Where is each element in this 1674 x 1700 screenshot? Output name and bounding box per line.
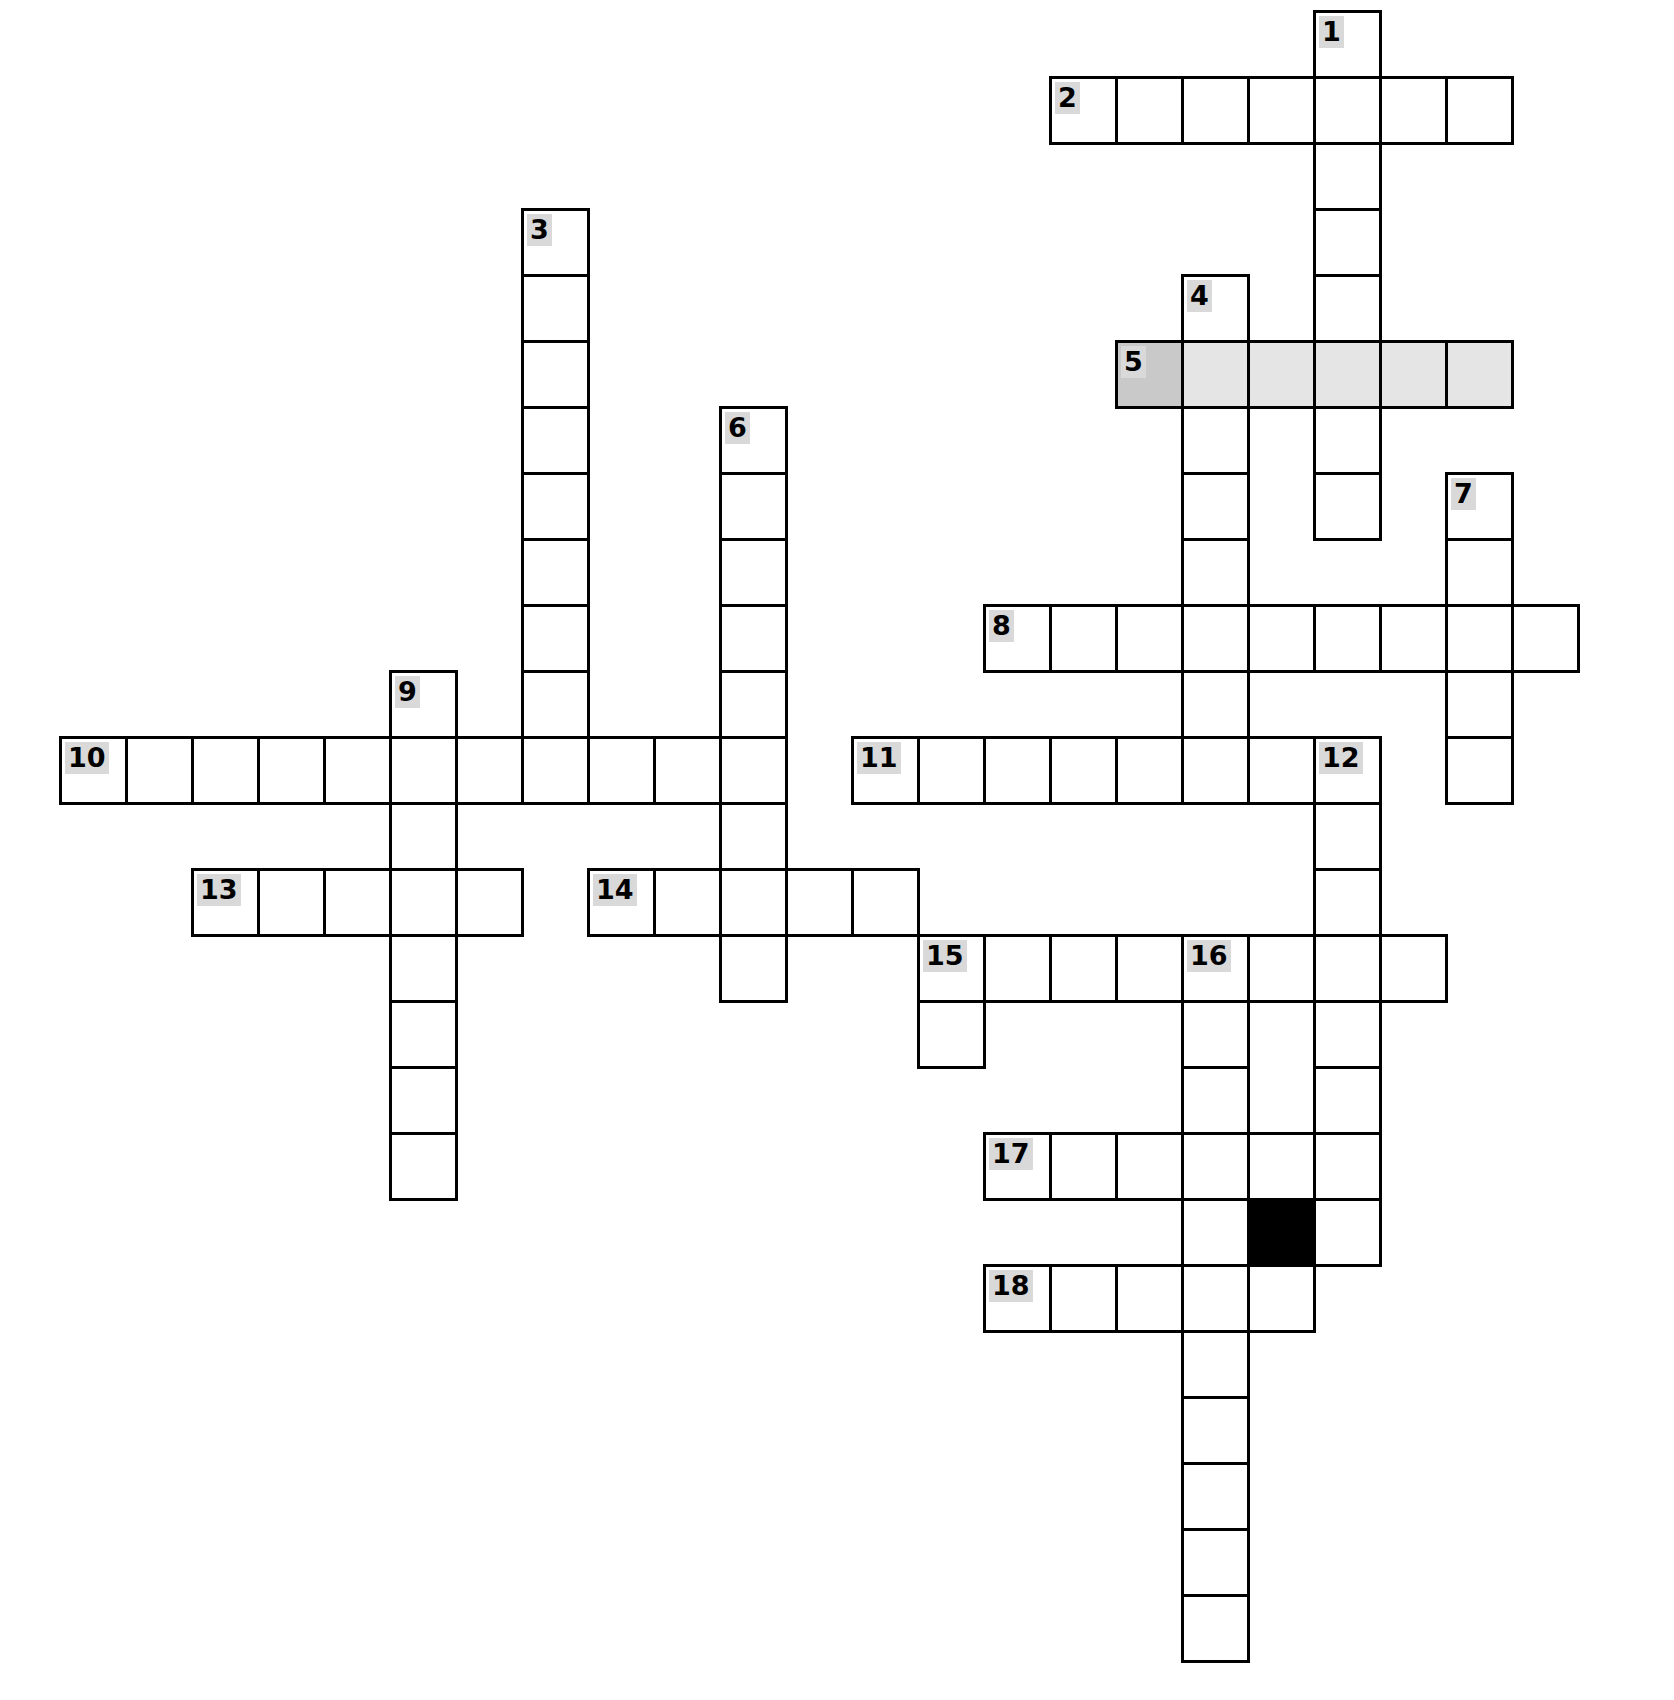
clue-number: 10 xyxy=(65,742,109,774)
grid-cell[interactable]: 2 xyxy=(1049,76,1118,145)
grid-cell[interactable] xyxy=(1181,406,1250,475)
grid-cell[interactable]: 6 xyxy=(719,406,788,475)
grid-cell[interactable] xyxy=(1313,1198,1382,1267)
grid-cell[interactable] xyxy=(1379,604,1448,673)
grid-cell[interactable] xyxy=(1181,1462,1250,1531)
grid-cell[interactable] xyxy=(389,1066,458,1135)
grid-cell[interactable] xyxy=(1181,1330,1250,1399)
grid-cell[interactable] xyxy=(1181,1000,1250,1069)
grid-cell[interactable] xyxy=(521,406,590,475)
grid-cell[interactable] xyxy=(1313,868,1382,937)
grid-cell[interactable] xyxy=(257,868,326,937)
grid-cell[interactable] xyxy=(719,736,788,805)
grid-cell[interactable] xyxy=(983,934,1052,1003)
clue-number: 1 xyxy=(1319,16,1344,48)
grid-cell[interactable] xyxy=(455,736,524,805)
grid-cell[interactable] xyxy=(191,736,260,805)
blocked-cell xyxy=(1247,1198,1316,1267)
grid-cell[interactable] xyxy=(653,868,722,937)
clue-number: 6 xyxy=(725,412,750,444)
grid-cell[interactable] xyxy=(719,802,788,871)
grid-cell[interactable] xyxy=(1313,406,1382,475)
grid-cell[interactable] xyxy=(1181,340,1250,409)
clue-number: 14 xyxy=(593,874,637,906)
crossword-page: 123456789101112131415161718 xyxy=(0,0,1674,1700)
clue-number: 5 xyxy=(1121,346,1146,378)
grid-cell[interactable] xyxy=(1115,604,1184,673)
grid-cell[interactable] xyxy=(1379,76,1448,145)
grid-cell[interactable] xyxy=(1445,76,1514,145)
grid-cell[interactable] xyxy=(1247,736,1316,805)
grid-cell[interactable] xyxy=(389,1000,458,1069)
clue-number: 9 xyxy=(395,676,420,708)
grid-cell[interactable] xyxy=(587,736,656,805)
grid-cell[interactable] xyxy=(1115,1264,1184,1333)
clue-number: 15 xyxy=(923,940,967,972)
grid-cell[interactable] xyxy=(719,472,788,541)
grid-cell[interactable] xyxy=(389,868,458,937)
grid-cell[interactable] xyxy=(1379,934,1448,1003)
grid-cell[interactable] xyxy=(1181,604,1250,673)
clue-number: 2 xyxy=(1055,82,1080,114)
clue-number: 16 xyxy=(1187,940,1231,972)
grid-cell[interactable] xyxy=(719,868,788,937)
grid-cell[interactable]: 3 xyxy=(521,208,590,277)
grid-cell[interactable] xyxy=(917,736,986,805)
grid-cell[interactable]: 14 xyxy=(587,868,656,937)
grid-cell[interactable] xyxy=(1181,76,1250,145)
grid-cell[interactable]: 4 xyxy=(1181,274,1250,343)
grid-cell[interactable] xyxy=(323,868,392,937)
grid-cell[interactable]: 9 xyxy=(389,670,458,739)
grid-cell[interactable] xyxy=(1511,604,1580,673)
grid-cell[interactable] xyxy=(1181,1132,1250,1201)
grid-cell[interactable] xyxy=(455,868,524,937)
grid-cell[interactable] xyxy=(1247,1132,1316,1201)
grid-cell[interactable] xyxy=(1181,1528,1250,1597)
grid-cell[interactable] xyxy=(1313,340,1382,409)
grid-cell[interactable] xyxy=(1049,1264,1118,1333)
grid-cell[interactable] xyxy=(1181,670,1250,739)
grid-cell[interactable] xyxy=(1247,340,1316,409)
grid-cell[interactable] xyxy=(521,670,590,739)
clue-number: 11 xyxy=(857,742,901,774)
grid-cell[interactable] xyxy=(1313,604,1382,673)
grid-cell[interactable] xyxy=(1313,472,1382,541)
grid-cell[interactable] xyxy=(1115,736,1184,805)
grid-cell[interactable] xyxy=(521,340,590,409)
grid-cell[interactable] xyxy=(1247,934,1316,1003)
grid-cell[interactable] xyxy=(1313,1000,1382,1069)
grid-cell[interactable]: 5 xyxy=(1115,340,1184,409)
grid-cell[interactable] xyxy=(1445,604,1514,673)
grid-cell[interactable] xyxy=(1181,1066,1250,1135)
grid-cell[interactable] xyxy=(521,472,590,541)
grid-cell[interactable] xyxy=(785,868,854,937)
grid-cell[interactable] xyxy=(521,604,590,673)
grid-cell[interactable] xyxy=(983,736,1052,805)
grid-cell[interactable]: 10 xyxy=(59,736,128,805)
grid-cell[interactable] xyxy=(1181,1264,1250,1333)
grid-cell[interactable] xyxy=(1313,142,1382,211)
clue-number: 17 xyxy=(989,1138,1033,1170)
clue-number: 13 xyxy=(197,874,241,906)
grid-cell[interactable] xyxy=(1181,736,1250,805)
grid-cell[interactable]: 1 xyxy=(1313,10,1382,79)
clue-number: 18 xyxy=(989,1270,1033,1302)
grid-cell[interactable] xyxy=(323,736,392,805)
grid-cell[interactable] xyxy=(1115,76,1184,145)
clue-number: 7 xyxy=(1451,478,1476,510)
grid-cell[interactable] xyxy=(1313,1132,1382,1201)
grid-cell[interactable] xyxy=(1313,1066,1382,1135)
grid-cell[interactable] xyxy=(1247,1264,1316,1333)
grid-cell[interactable] xyxy=(851,868,920,937)
crossword-grid: 123456789101112131415161718 xyxy=(59,10,1580,1663)
grid-cell[interactable] xyxy=(1181,472,1250,541)
grid-cell[interactable] xyxy=(1181,538,1250,607)
grid-cell[interactable] xyxy=(1445,340,1514,409)
grid-cell[interactable] xyxy=(1445,670,1514,739)
grid-cell[interactable] xyxy=(719,604,788,673)
grid-cell[interactable]: 17 xyxy=(983,1132,1052,1201)
grid-cell[interactable] xyxy=(1115,934,1184,1003)
grid-cell[interactable] xyxy=(1313,274,1382,343)
grid-cell[interactable] xyxy=(719,934,788,1003)
grid-cell[interactable] xyxy=(719,670,788,739)
grid-cell[interactable]: 7 xyxy=(1445,472,1514,541)
grid-cell[interactable]: 16 xyxy=(1181,934,1250,1003)
grid-cell[interactable] xyxy=(1247,604,1316,673)
grid-cell[interactable] xyxy=(1049,1132,1118,1201)
grid-cell[interactable] xyxy=(1313,208,1382,277)
grid-cell[interactable] xyxy=(389,802,458,871)
clue-number: 8 xyxy=(989,610,1014,642)
clue-number: 4 xyxy=(1187,280,1212,312)
grid-cell[interactable] xyxy=(1049,604,1118,673)
grid-cell[interactable] xyxy=(521,538,590,607)
grid-cell[interactable] xyxy=(1181,1594,1250,1663)
grid-cell[interactable] xyxy=(389,1132,458,1201)
grid-cell[interactable] xyxy=(521,736,590,805)
grid-cell[interactable] xyxy=(1181,1198,1250,1267)
grid-cell[interactable] xyxy=(1247,76,1316,145)
grid-cell[interactable] xyxy=(1313,802,1382,871)
grid-cell[interactable] xyxy=(125,736,194,805)
grid-cell[interactable] xyxy=(1313,76,1382,145)
grid-cell[interactable]: 13 xyxy=(191,868,260,937)
grid-cell[interactable]: 8 xyxy=(983,604,1052,673)
grid-cell[interactable] xyxy=(389,736,458,805)
grid-cell[interactable] xyxy=(1181,1396,1250,1465)
grid-cell[interactable] xyxy=(1445,736,1514,805)
grid-cell[interactable]: 11 xyxy=(851,736,920,805)
grid-cell[interactable]: 12 xyxy=(1313,736,1382,805)
grid-cell[interactable]: 18 xyxy=(983,1264,1052,1333)
grid-cell[interactable] xyxy=(719,538,788,607)
grid-cell[interactable] xyxy=(1049,934,1118,1003)
clue-number: 12 xyxy=(1319,742,1363,774)
grid-cell[interactable] xyxy=(389,934,458,1003)
grid-cell[interactable] xyxy=(1445,538,1514,607)
grid-cell[interactable] xyxy=(1049,736,1118,805)
grid-cell[interactable] xyxy=(521,274,590,343)
clue-number: 3 xyxy=(527,214,552,246)
grid-cell[interactable] xyxy=(1115,1132,1184,1201)
grid-cell[interactable] xyxy=(653,736,722,805)
grid-cell[interactable]: 15 xyxy=(917,934,986,1003)
grid-cell[interactable] xyxy=(257,736,326,805)
grid-cell[interactable] xyxy=(917,1000,986,1069)
grid-cell[interactable] xyxy=(1379,340,1448,409)
grid-cell[interactable] xyxy=(1313,934,1382,1003)
